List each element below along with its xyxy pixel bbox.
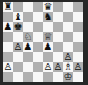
square-b7[interactable]: ♝ [13,12,23,22]
square-g4[interactable] [63,42,73,52]
square-c3[interactable] [23,52,33,62]
square-g8[interactable] [63,2,73,12]
chess-board: ♜♛♝♞♟♚♘♕♙♟♟♙♙♙♙♗♙♔ [3,2,83,82]
square-f1[interactable] [53,72,63,82]
black-bishop: ♝ [14,12,23,22]
square-d7[interactable] [33,12,43,22]
white-pawn: ♙ [4,62,13,72]
square-g3[interactable]: ♙ [63,52,73,62]
square-b6[interactable]: ♚ [13,22,23,32]
square-e4[interactable]: ♟ [43,42,53,52]
square-d5[interactable] [33,32,43,42]
square-g5[interactable] [63,32,73,42]
square-a4[interactable] [3,42,13,52]
square-e3[interactable] [43,52,53,62]
white-knight: ♘ [24,32,33,42]
square-e8[interactable]: ♛ [43,2,53,12]
square-b3[interactable] [13,52,23,62]
square-g7[interactable] [63,12,73,22]
square-b1[interactable] [13,72,23,82]
square-e5[interactable]: ♕ [43,32,53,42]
square-e6[interactable] [43,22,53,32]
square-d6[interactable] [33,22,43,32]
square-f7[interactable] [53,12,63,22]
square-h6[interactable] [73,22,83,32]
square-e1[interactable] [43,72,53,82]
square-a1[interactable] [3,72,13,82]
square-a2[interactable]: ♙ [3,62,13,72]
square-e7[interactable]: ♞ [43,12,53,22]
square-d4[interactable] [33,42,43,52]
white-king: ♔ [64,72,73,82]
white-pawn: ♙ [64,52,73,62]
square-a6[interactable]: ♟ [3,22,13,32]
square-h4[interactable] [73,42,83,52]
square-c8[interactable] [23,2,33,12]
white-pawn: ♙ [14,42,23,52]
square-c4[interactable]: ♟ [23,42,33,52]
square-b4[interactable]: ♙ [13,42,23,52]
white-pawn: ♙ [44,62,53,72]
square-d2[interactable] [33,62,43,72]
square-d8[interactable] [33,2,43,12]
square-c6[interactable] [23,22,33,32]
black-rook: ♜ [4,2,13,12]
square-d1[interactable] [33,72,43,82]
square-d3[interactable] [33,52,43,62]
square-f8[interactable] [53,2,63,12]
black-pawn: ♟ [24,42,33,52]
square-b8[interactable] [13,2,23,12]
square-f3[interactable] [53,52,63,62]
square-c7[interactable] [23,12,33,22]
square-h5[interactable] [73,32,83,42]
square-g1[interactable]: ♔ [63,72,73,82]
square-h1[interactable] [73,72,83,82]
white-pawn: ♙ [54,62,63,72]
square-a7[interactable] [3,12,13,22]
square-b2[interactable] [13,62,23,72]
square-e2[interactable]: ♙ [43,62,53,72]
white-pawn: ♙ [74,62,83,72]
square-a5[interactable] [3,32,13,42]
square-g6[interactable] [63,22,73,32]
square-f4[interactable] [53,42,63,52]
white-queen: ♕ [44,32,53,42]
square-f2[interactable]: ♙ [53,62,63,72]
square-c2[interactable] [23,62,33,72]
square-c1[interactable] [23,72,33,82]
square-h3[interactable] [73,52,83,62]
black-knight: ♞ [44,12,53,22]
board-frame: ♜♛♝♞♟♚♘♕♙♟♟♙♙♙♙♗♙♔ [0,0,88,85]
black-pawn: ♟ [44,42,53,52]
black-queen: ♛ [44,2,53,12]
white-bishop: ♗ [64,62,73,72]
square-f5[interactable] [53,32,63,42]
square-c5[interactable]: ♘ [23,32,33,42]
square-h8[interactable] [73,2,83,12]
square-a8[interactable]: ♜ [3,2,13,12]
black-pawn: ♟ [4,22,13,32]
black-king: ♚ [14,22,23,32]
square-a3[interactable] [3,52,13,62]
square-h2[interactable]: ♙ [73,62,83,72]
square-h7[interactable] [73,12,83,22]
square-g2[interactable]: ♗ [63,62,73,72]
square-f6[interactable] [53,22,63,32]
square-b5[interactable] [13,32,23,42]
